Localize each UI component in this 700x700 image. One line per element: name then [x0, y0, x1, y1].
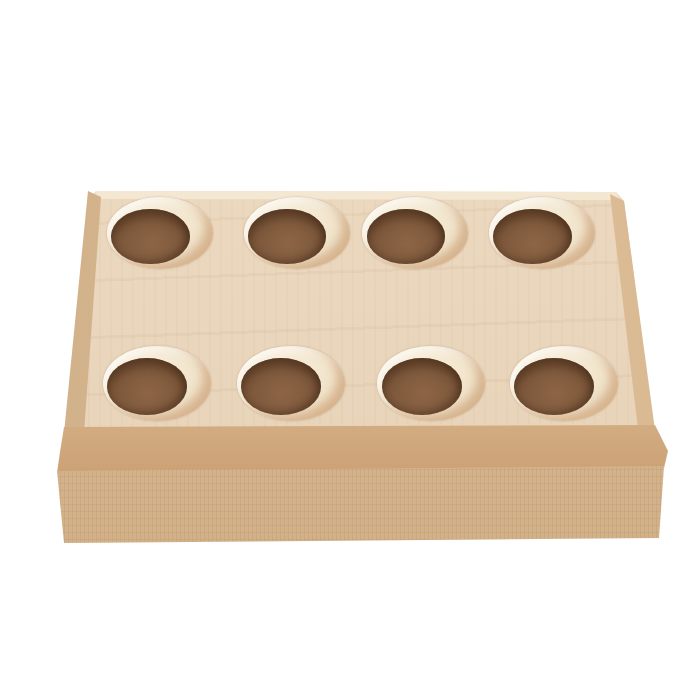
pit-front-4[interactable] — [476, 310, 600, 430]
pit-front-3[interactable] — [353, 310, 477, 430]
pit-chamfer-ring — [103, 346, 211, 421]
pit-chamfer-ring — [489, 197, 595, 269]
pit-back-1[interactable] — [105, 190, 229, 310]
pit-back-2[interactable] — [229, 190, 353, 310]
pit-chamfer-ring — [107, 197, 213, 269]
pit-grid — [105, 190, 600, 430]
pit-hole — [111, 209, 189, 264]
pit-chamfer-ring — [237, 346, 345, 421]
photo-background — [0, 0, 700, 700]
pit-hole — [248, 209, 326, 264]
pit-chamfer-ring — [510, 346, 618, 421]
pit-hole — [107, 358, 187, 415]
pit-chamfer-ring — [362, 197, 468, 269]
pit-back-4[interactable] — [476, 190, 600, 310]
pit-hole — [241, 358, 321, 415]
pit-chamfer-ring — [377, 346, 485, 421]
pit-hole — [514, 358, 594, 415]
pit-hole — [493, 209, 571, 264]
pit-chamfer-ring — [244, 197, 350, 269]
pit-hole — [367, 209, 445, 264]
pit-hole — [382, 358, 462, 415]
pit-front-2[interactable] — [229, 310, 353, 430]
pit-front-1[interactable] — [105, 310, 229, 430]
pit-back-3[interactable] — [353, 190, 477, 310]
